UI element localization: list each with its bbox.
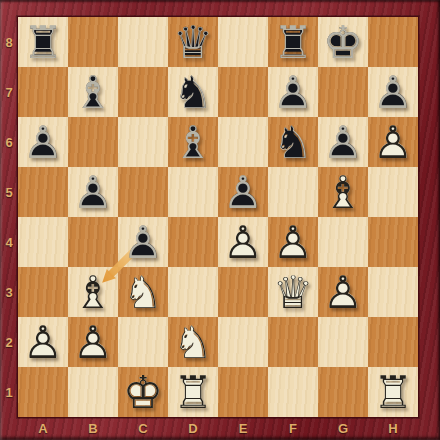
black-pawn-detail: ♙ <box>368 67 418 117</box>
white-bishop-detail: ♗ <box>318 167 368 217</box>
file-label-e: E <box>218 417 268 440</box>
square-a2[interactable]: ♟♙ <box>18 317 68 367</box>
black-pawn-detail: ♙ <box>268 67 318 117</box>
white-pawn[interactable]: ♟♙ <box>68 317 118 367</box>
square-h2[interactable] <box>368 317 418 367</box>
black-pawn[interactable]: ♟♙ <box>218 167 268 217</box>
white-king-detail: ♔ <box>118 367 168 417</box>
square-a4[interactable] <box>18 217 68 267</box>
black-king[interactable]: ♚♔ <box>318 17 368 67</box>
black-queen[interactable]: ♛♕ <box>168 17 218 67</box>
square-e6[interactable] <box>218 117 268 167</box>
square-a1[interactable] <box>18 367 68 417</box>
black-pawn-detail: ♙ <box>218 167 268 217</box>
square-f8[interactable]: ♜♖ <box>268 17 318 67</box>
white-pawn[interactable]: ♟♙ <box>368 117 418 167</box>
black-pawn[interactable]: ♟♙ <box>18 117 68 167</box>
square-c7[interactable] <box>118 67 168 117</box>
square-e7[interactable] <box>218 67 268 117</box>
square-f6[interactable]: ♞♘ <box>268 117 318 167</box>
square-d4[interactable] <box>168 217 218 267</box>
square-g3[interactable]: ♟♙ <box>318 267 368 317</box>
black-pawn[interactable]: ♟♙ <box>118 217 168 267</box>
square-a5[interactable] <box>18 167 68 217</box>
white-queen[interactable]: ♛♕ <box>268 267 318 317</box>
white-pawn[interactable]: ♟♙ <box>218 217 268 267</box>
chessboard-frame: ♜♖♛♕♜♖♚♔♝♗♞♘♟♙♟♙♟♙♝♗♞♘♟♙♟♙♟♙♟♙♝♗♟♙♟♙♟♙♝♗… <box>0 0 440 440</box>
white-knight[interactable]: ♞♘ <box>168 317 218 367</box>
square-d2[interactable]: ♞♘ <box>168 317 218 367</box>
black-pawn[interactable]: ♟♙ <box>318 117 368 167</box>
square-g4[interactable] <box>318 217 368 267</box>
rank-label-1: 1 <box>0 367 18 417</box>
white-knight-detail: ♘ <box>168 317 218 367</box>
black-queen-detail: ♕ <box>168 17 218 67</box>
square-d6[interactable]: ♝♗ <box>168 117 218 167</box>
square-g6[interactable]: ♟♙ <box>318 117 368 167</box>
square-g5[interactable]: ♝♗ <box>318 167 368 217</box>
square-h4[interactable] <box>368 217 418 267</box>
square-h5[interactable] <box>368 167 418 217</box>
square-g7[interactable] <box>318 67 368 117</box>
white-king[interactable]: ♚♔ <box>118 367 168 417</box>
white-pawn-detail: ♙ <box>18 317 68 367</box>
white-bishop[interactable]: ♝♗ <box>68 267 118 317</box>
white-rook-detail: ♖ <box>168 367 218 417</box>
square-e1[interactable] <box>218 367 268 417</box>
black-bishop[interactable]: ♝♗ <box>68 67 118 117</box>
black-knight[interactable]: ♞♘ <box>168 67 218 117</box>
file-label-c: C <box>118 417 168 440</box>
square-g2[interactable] <box>318 317 368 367</box>
white-bishop-detail: ♗ <box>68 267 118 317</box>
rank-label-3: 3 <box>0 267 18 317</box>
rank-labels: 87654321 <box>0 17 18 417</box>
square-c3[interactable]: ♞♘ <box>118 267 168 317</box>
black-pawn-detail: ♙ <box>68 167 118 217</box>
square-f7[interactable]: ♟♙ <box>268 67 318 117</box>
rank-label-8: 8 <box>0 17 18 67</box>
file-label-b: B <box>68 417 118 440</box>
square-h7[interactable]: ♟♙ <box>368 67 418 117</box>
square-c6[interactable] <box>118 117 168 167</box>
square-b3[interactable]: ♝♗ <box>68 267 118 317</box>
square-b4[interactable] <box>68 217 118 267</box>
square-b8[interactable] <box>68 17 118 67</box>
square-a7[interactable] <box>18 67 68 117</box>
black-rook[interactable]: ♜♖ <box>268 17 318 67</box>
square-c8[interactable] <box>118 17 168 67</box>
white-rook[interactable]: ♜♖ <box>168 367 218 417</box>
black-king-detail: ♔ <box>318 17 368 67</box>
square-b7[interactable]: ♝♗ <box>68 67 118 117</box>
square-f5[interactable] <box>268 167 318 217</box>
square-a3[interactable] <box>18 267 68 317</box>
square-d8[interactable]: ♛♕ <box>168 17 218 67</box>
square-h1[interactable]: ♜♖ <box>368 367 418 417</box>
square-e3[interactable] <box>218 267 268 317</box>
square-b2[interactable]: ♟♙ <box>68 317 118 367</box>
black-pawn-detail: ♙ <box>18 117 68 167</box>
white-pawn-detail: ♙ <box>318 267 368 317</box>
square-h8[interactable] <box>368 17 418 67</box>
rank-label-2: 2 <box>0 317 18 367</box>
black-bishop-detail: ♗ <box>68 67 118 117</box>
black-pawn[interactable]: ♟♙ <box>68 167 118 217</box>
rank-label-4: 4 <box>0 217 18 267</box>
square-f4[interactable]: ♟♙ <box>268 217 318 267</box>
white-pawn-detail: ♙ <box>268 217 318 267</box>
square-d3[interactable] <box>168 267 218 317</box>
square-d5[interactable] <box>168 167 218 217</box>
black-bishop-detail: ♗ <box>168 117 218 167</box>
square-c1[interactable]: ♚♔ <box>118 367 168 417</box>
square-h6[interactable]: ♟♙ <box>368 117 418 167</box>
white-bishop[interactable]: ♝♗ <box>318 167 368 217</box>
square-c5[interactable] <box>118 167 168 217</box>
square-d7[interactable]: ♞♘ <box>168 67 218 117</box>
black-rook-detail: ♖ <box>268 17 318 67</box>
black-pawn[interactable]: ♟♙ <box>368 67 418 117</box>
black-bishop[interactable]: ♝♗ <box>168 117 218 167</box>
rank-label-5: 5 <box>0 167 18 217</box>
square-e4[interactable]: ♟♙ <box>218 217 268 267</box>
square-b6[interactable] <box>68 117 118 167</box>
file-label-a: A <box>18 417 68 440</box>
square-f1[interactable] <box>268 367 318 417</box>
white-pawn-detail: ♙ <box>218 217 268 267</box>
square-f3[interactable]: ♛♕ <box>268 267 318 317</box>
white-pawn-detail: ♙ <box>368 117 418 167</box>
file-label-g: G <box>318 417 368 440</box>
chessboard: ♜♖♛♕♜♖♚♔♝♗♞♘♟♙♟♙♟♙♝♗♞♘♟♙♟♙♟♙♟♙♝♗♟♙♟♙♟♙♝♗… <box>18 17 418 417</box>
black-knight-detail: ♘ <box>268 117 318 167</box>
black-pawn[interactable]: ♟♙ <box>268 67 318 117</box>
square-d1[interactable]: ♜♖ <box>168 367 218 417</box>
white-rook-detail: ♖ <box>368 367 418 417</box>
white-pawn-detail: ♙ <box>68 317 118 367</box>
file-label-h: H <box>368 417 418 440</box>
black-knight[interactable]: ♞♘ <box>268 117 318 167</box>
rank-label-6: 6 <box>0 117 18 167</box>
square-g8[interactable]: ♚♔ <box>318 17 368 67</box>
square-f2[interactable] <box>268 317 318 367</box>
square-a8[interactable]: ♜♖ <box>18 17 68 67</box>
square-g1[interactable] <box>318 367 368 417</box>
square-b1[interactable] <box>68 367 118 417</box>
black-pawn-detail: ♙ <box>318 117 368 167</box>
file-label-d: D <box>168 417 218 440</box>
square-c4[interactable]: ♟♙ <box>118 217 168 267</box>
square-e2[interactable] <box>218 317 268 367</box>
black-rook[interactable]: ♜♖ <box>18 17 68 67</box>
square-e5[interactable]: ♟♙ <box>218 167 268 217</box>
square-a6[interactable]: ♟♙ <box>18 117 68 167</box>
square-e8[interactable] <box>218 17 268 67</box>
file-label-f: F <box>268 417 318 440</box>
black-pawn-detail: ♙ <box>118 217 168 267</box>
white-pawn[interactable]: ♟♙ <box>318 267 368 317</box>
white-pawn[interactable]: ♟♙ <box>18 317 68 367</box>
square-c2[interactable] <box>118 317 168 367</box>
square-b5[interactable]: ♟♙ <box>68 167 118 217</box>
black-rook-detail: ♖ <box>18 17 68 67</box>
white-knight-detail: ♘ <box>118 267 168 317</box>
rank-label-7: 7 <box>0 67 18 117</box>
black-knight-detail: ♘ <box>168 67 218 117</box>
file-labels: ABCDEFGH <box>18 417 418 440</box>
white-knight[interactable]: ♞♘ <box>118 267 168 317</box>
square-h3[interactable] <box>368 267 418 317</box>
white-rook[interactable]: ♜♖ <box>368 367 418 417</box>
white-pawn[interactable]: ♟♙ <box>268 217 318 267</box>
white-queen-detail: ♕ <box>268 267 318 317</box>
